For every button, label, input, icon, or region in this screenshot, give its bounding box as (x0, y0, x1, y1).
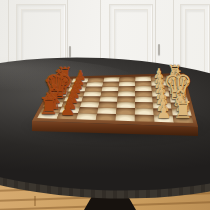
piece-black-pawn[interactable]: ♟ (60, 101, 76, 119)
piece-black-rook[interactable]: ♜ (38, 95, 59, 119)
chess-set-photo-scene: ♜♞♝♛♚♝♞♜♟♟♟♟♟♟♟♟♟♟♟♟♟♟♟♟♜♞♝♛♚♝♞♜ (0, 0, 210, 210)
piece-white-rook[interactable]: ♜ (172, 99, 193, 123)
piece-white-pawn[interactable]: ♟ (156, 104, 172, 122)
chess-board: ♜♞♝♛♚♝♞♜♟♟♟♟♟♟♟♟♟♟♟♟♟♟♟♟♜♞♝♛♚♝♞♜ (0, 0, 210, 210)
